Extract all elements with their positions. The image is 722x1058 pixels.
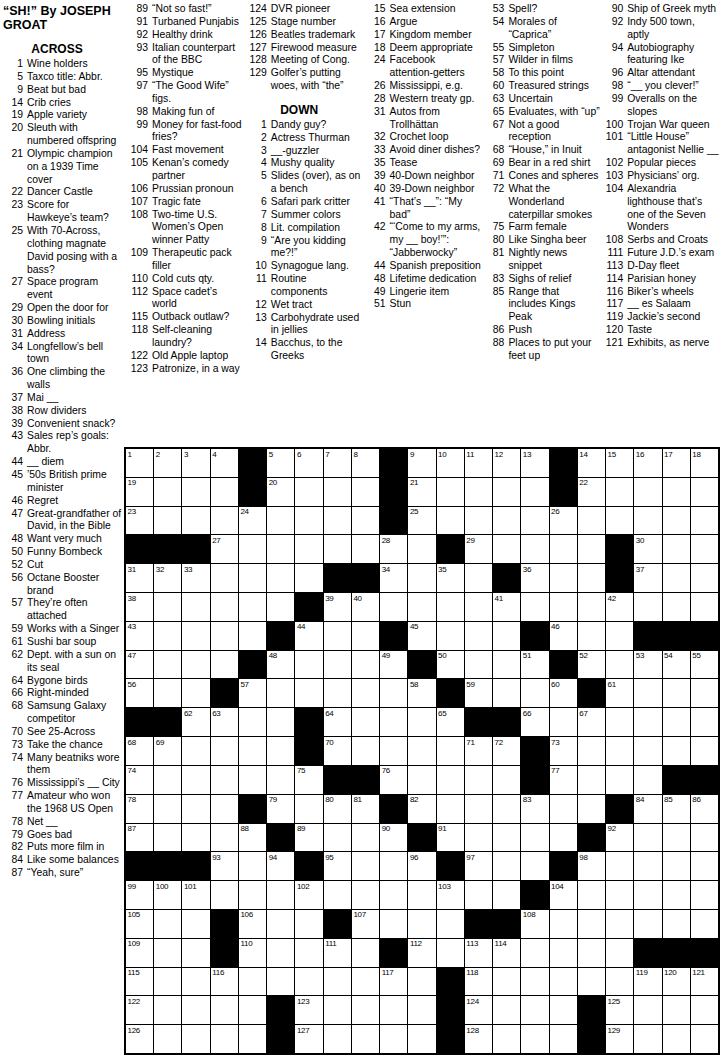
grid-cell-r20c21[interactable] xyxy=(691,996,718,1024)
grid-cell-r8c10[interactable]: 49 xyxy=(380,651,407,679)
grid-cell-r20c18[interactable]: 125 xyxy=(606,996,633,1024)
grid-cell-r7c7[interactable]: 44 xyxy=(295,622,322,650)
grid-cell-r6c8[interactable]: 39 xyxy=(324,593,351,621)
grid-cell-r13c8[interactable]: 80 xyxy=(324,795,351,823)
grid-cell-r21c7[interactable]: 127 xyxy=(295,1025,322,1053)
grid-cell-r19c16[interactable] xyxy=(550,968,577,996)
grid-cell-r16c4[interactable] xyxy=(211,881,238,909)
grid-cell-r16c13[interactable] xyxy=(465,881,492,909)
grid-cell-r16c10[interactable] xyxy=(380,881,407,909)
grid-cell-r16c6[interactable] xyxy=(267,881,294,909)
grid-cell-r2c11[interactable]: 21 xyxy=(408,478,435,506)
grid-cell-r11c9[interactable] xyxy=(352,737,379,765)
grid-cell-r17c16[interactable] xyxy=(550,910,577,938)
grid-cell-r13c4[interactable] xyxy=(211,795,238,823)
grid-cell-r21c5[interactable] xyxy=(239,1025,266,1053)
grid-cell-r8c1[interactable]: 47 xyxy=(126,651,153,679)
grid-cell-r12c2[interactable] xyxy=(154,766,181,794)
grid-cell-r6c17[interactable] xyxy=(578,593,605,621)
grid-cell-r7c5[interactable] xyxy=(239,622,266,650)
grid-cell-r12c4[interactable] xyxy=(211,766,238,794)
grid-cell-r17c17[interactable] xyxy=(578,910,605,938)
grid-cell-r19c20[interactable]: 120 xyxy=(663,968,690,996)
grid-cell-r9c13[interactable]: 59 xyxy=(465,679,492,707)
grid-cell-r1c21[interactable]: 18 xyxy=(691,449,718,477)
grid-cell-r6c1[interactable]: 38 xyxy=(126,593,153,621)
grid-cell-r3c17[interactable] xyxy=(578,507,605,535)
grid-cell-r18c1[interactable]: 109 xyxy=(126,939,153,967)
grid-cell-r13c1[interactable]: 78 xyxy=(126,795,153,823)
grid-cell-r19c2[interactable] xyxy=(154,968,181,996)
grid-cell-r21c3[interactable] xyxy=(182,1025,209,1053)
grid-cell-r20c10[interactable] xyxy=(380,996,407,1024)
grid-cell-r19c15[interactable] xyxy=(521,968,548,996)
grid-cell-r12c12[interactable] xyxy=(437,766,464,794)
grid-cell-r7c18[interactable] xyxy=(606,622,633,650)
grid-cell-r18c3[interactable] xyxy=(182,939,209,967)
grid-cell-r12c18[interactable] xyxy=(606,766,633,794)
grid-cell-r6c5[interactable] xyxy=(239,593,266,621)
grid-cell-r18c8[interactable]: 111 xyxy=(324,939,351,967)
grid-cell-r19c11[interactable] xyxy=(408,968,435,996)
grid-cell-r11c4[interactable] xyxy=(211,737,238,765)
grid-cell-r18c18[interactable] xyxy=(606,939,633,967)
grid-cell-r11c17[interactable] xyxy=(578,737,605,765)
grid-cell-r2c18[interactable] xyxy=(606,478,633,506)
grid-cell-r18c17[interactable] xyxy=(578,939,605,967)
grid-cell-r19c3[interactable] xyxy=(182,968,209,996)
grid-cell-r4c17[interactable] xyxy=(578,535,605,563)
grid-cell-r8c15[interactable]: 51 xyxy=(521,651,548,679)
grid-cell-r10c6[interactable] xyxy=(267,708,294,736)
grid-cell-r21c14[interactable] xyxy=(493,1025,520,1053)
grid-cell-r17c5[interactable]: 106 xyxy=(239,910,266,938)
grid-cell-r10c20[interactable] xyxy=(663,708,690,736)
grid-cell-r19c19[interactable]: 119 xyxy=(634,968,661,996)
grid-cell-r3c9[interactable] xyxy=(352,507,379,535)
grid-cell-r5c19[interactable]: 37 xyxy=(634,564,661,592)
grid-cell-r12c3[interactable] xyxy=(182,766,209,794)
grid-cell-r14c18[interactable]: 92 xyxy=(606,824,633,852)
grid-cell-r13c16[interactable] xyxy=(550,795,577,823)
grid-cell-r6c12[interactable] xyxy=(437,593,464,621)
grid-cell-r20c9[interactable] xyxy=(352,996,379,1024)
grid-cell-r13c3[interactable] xyxy=(182,795,209,823)
grid-cell-r12c5[interactable] xyxy=(239,766,266,794)
grid-cell-r5c6[interactable] xyxy=(267,564,294,592)
grid-cell-r12c19[interactable] xyxy=(634,766,661,794)
grid-cell-r21c16[interactable] xyxy=(550,1025,577,1053)
grid-cell-r9c14[interactable] xyxy=(493,679,520,707)
grid-cell-r10c15[interactable]: 66 xyxy=(521,708,548,736)
grid-cell-r13c21[interactable]: 86 xyxy=(691,795,718,823)
grid-cell-r13c15[interactable]: 83 xyxy=(521,795,548,823)
grid-cell-r17c19[interactable] xyxy=(634,910,661,938)
grid-cell-r10c5[interactable] xyxy=(239,708,266,736)
grid-cell-r5c21[interactable] xyxy=(691,564,718,592)
grid-cell-r1c11[interactable]: 9 xyxy=(408,449,435,477)
grid-cell-r18c14[interactable]: 114 xyxy=(493,939,520,967)
grid-cell-r9c8[interactable] xyxy=(324,679,351,707)
grid-cell-r8c12[interactable]: 50 xyxy=(437,651,464,679)
grid-cell-r20c5[interactable] xyxy=(239,996,266,1024)
grid-cell-r15c11[interactable]: 96 xyxy=(408,852,435,880)
grid-cell-r2c13[interactable] xyxy=(465,478,492,506)
grid-cell-r7c14[interactable] xyxy=(493,622,520,650)
grid-cell-r21c10[interactable] xyxy=(380,1025,407,1053)
grid-cell-r4c14[interactable] xyxy=(493,535,520,563)
grid-cell-r21c4[interactable] xyxy=(211,1025,238,1053)
grid-cell-r9c11[interactable]: 58 xyxy=(408,679,435,707)
grid-cell-r7c12[interactable] xyxy=(437,622,464,650)
grid-cell-r17c1[interactable]: 105 xyxy=(126,910,153,938)
grid-cell-r1c13[interactable]: 11 xyxy=(465,449,492,477)
grid-cell-r7c13[interactable] xyxy=(465,622,492,650)
grid-cell-r16c9[interactable] xyxy=(352,881,379,909)
grid-cell-r12c14[interactable] xyxy=(493,766,520,794)
grid-cell-r7c3[interactable] xyxy=(182,622,209,650)
grid-cell-r21c13[interactable]: 128 xyxy=(465,1025,492,1053)
grid-cell-r15c8[interactable]: 95 xyxy=(324,852,351,880)
grid-cell-r4c4[interactable]: 27 xyxy=(211,535,238,563)
grid-cell-r1c8[interactable]: 7 xyxy=(324,449,351,477)
grid-cell-r6c3[interactable] xyxy=(182,593,209,621)
grid-cell-r2c21[interactable] xyxy=(691,478,718,506)
grid-cell-r3c21[interactable] xyxy=(691,507,718,535)
grid-cell-r2c20[interactable] xyxy=(663,478,690,506)
grid-cell-r20c19[interactable] xyxy=(634,996,661,1024)
grid-cell-r7c9[interactable] xyxy=(352,622,379,650)
grid-cell-r4c10[interactable]: 28 xyxy=(380,535,407,563)
grid-cell-r10c9[interactable] xyxy=(352,708,379,736)
grid-cell-r14c16[interactable] xyxy=(550,824,577,852)
grid-cell-r6c15[interactable] xyxy=(521,593,548,621)
grid-cell-r3c16[interactable]: 26 xyxy=(550,507,577,535)
grid-cell-r14c4[interactable] xyxy=(211,824,238,852)
grid-cell-r11c20[interactable] xyxy=(663,737,690,765)
grid-cell-r13c19[interactable]: 84 xyxy=(634,795,661,823)
grid-cell-r16c1[interactable]: 99 xyxy=(126,881,153,909)
grid-cell-r16c16[interactable]: 104 xyxy=(550,881,577,909)
grid-cell-r18c2[interactable] xyxy=(154,939,181,967)
grid-cell-r17c12[interactable] xyxy=(437,910,464,938)
grid-cell-r1c18[interactable]: 15 xyxy=(606,449,633,477)
grid-cell-r11c12[interactable] xyxy=(437,737,464,765)
grid-cell-r3c2[interactable] xyxy=(154,507,181,535)
grid-cell-r9c20[interactable] xyxy=(663,679,690,707)
grid-cell-r19c21[interactable]: 121 xyxy=(691,968,718,996)
grid-cell-r9c18[interactable]: 61 xyxy=(606,679,633,707)
grid-cell-r1c14[interactable]: 12 xyxy=(493,449,520,477)
grid-cell-r8c20[interactable]: 54 xyxy=(663,651,690,679)
grid-cell-r18c16[interactable] xyxy=(550,939,577,967)
grid-cell-r21c2[interactable] xyxy=(154,1025,181,1053)
grid-cell-r2c1[interactable]: 19 xyxy=(126,478,153,506)
grid-cell-r7c2[interactable] xyxy=(154,622,181,650)
grid-cell-r20c11[interactable] xyxy=(408,996,435,1024)
grid-cell-r12c7[interactable]: 75 xyxy=(295,766,322,794)
grid-cell-r19c9[interactable] xyxy=(352,968,379,996)
grid-cell-r10c8[interactable]: 64 xyxy=(324,708,351,736)
grid-cell-r19c14[interactable] xyxy=(493,968,520,996)
grid-cell-r9c19[interactable] xyxy=(634,679,661,707)
grid-cell-r10c11[interactable] xyxy=(408,708,435,736)
grid-cell-r15c17[interactable]: 98 xyxy=(578,852,605,880)
grid-cell-r14c15[interactable] xyxy=(521,824,548,852)
grid-cell-r2c15[interactable] xyxy=(521,478,548,506)
grid-cell-r9c9[interactable] xyxy=(352,679,379,707)
grid-cell-r4c6[interactable] xyxy=(267,535,294,563)
grid-cell-r3c7[interactable] xyxy=(295,507,322,535)
grid-cell-r13c12[interactable] xyxy=(437,795,464,823)
grid-cell-r14c14[interactable] xyxy=(493,824,520,852)
grid-cell-r9c16[interactable]: 60 xyxy=(550,679,577,707)
grid-cell-r9c2[interactable] xyxy=(154,679,181,707)
grid-cell-r6c21[interactable] xyxy=(691,593,718,621)
grid-cell-r21c11[interactable] xyxy=(408,1025,435,1053)
grid-cell-r5c17[interactable] xyxy=(578,564,605,592)
grid-cell-r18c15[interactable] xyxy=(521,939,548,967)
grid-cell-r15c5[interactable] xyxy=(239,852,266,880)
grid-cell-r4c15[interactable] xyxy=(521,535,548,563)
grid-cell-r5c5[interactable] xyxy=(239,564,266,592)
grid-cell-r8c19[interactable]: 53 xyxy=(634,651,661,679)
grid-cell-r19c4[interactable]: 116 xyxy=(211,968,238,996)
grid-cell-r14c13[interactable] xyxy=(465,824,492,852)
grid-cell-r21c19[interactable] xyxy=(634,1025,661,1053)
grid-cell-r2c17[interactable]: 22 xyxy=(578,478,605,506)
grid-cell-r1c4[interactable]: 4 xyxy=(211,449,238,477)
grid-cell-r13c9[interactable]: 81 xyxy=(352,795,379,823)
grid-cell-r15c19[interactable] xyxy=(634,852,661,880)
grid-cell-r3c3[interactable] xyxy=(182,507,209,535)
grid-cell-r14c5[interactable]: 88 xyxy=(239,824,266,852)
grid-cell-r21c20[interactable] xyxy=(663,1025,690,1053)
grid-cell-r18c11[interactable]: 112 xyxy=(408,939,435,967)
grid-cell-r6c11[interactable] xyxy=(408,593,435,621)
grid-cell-r6c2[interactable] xyxy=(154,593,181,621)
grid-cell-r16c17[interactable] xyxy=(578,881,605,909)
grid-cell-r12c6[interactable] xyxy=(267,766,294,794)
grid-cell-r19c18[interactable] xyxy=(606,968,633,996)
grid-cell-r5c7[interactable] xyxy=(295,564,322,592)
grid-cell-r8c21[interactable]: 55 xyxy=(691,651,718,679)
grid-cell-r6c9[interactable]: 40 xyxy=(352,593,379,621)
grid-cell-r8c2[interactable] xyxy=(154,651,181,679)
grid-cell-r20c1[interactable]: 122 xyxy=(126,996,153,1024)
grid-cell-r19c8[interactable] xyxy=(324,968,351,996)
grid-cell-r10c16[interactable] xyxy=(550,708,577,736)
grid-cell-r6c6[interactable] xyxy=(267,593,294,621)
grid-cell-r10c10[interactable] xyxy=(380,708,407,736)
grid-cell-r16c20[interactable] xyxy=(663,881,690,909)
grid-cell-r11c13[interactable]: 71 xyxy=(465,737,492,765)
grid-cell-r5c16[interactable] xyxy=(550,564,577,592)
grid-cell-r10c19[interactable] xyxy=(634,708,661,736)
grid-cell-r16c21[interactable] xyxy=(691,881,718,909)
grid-cell-r20c13[interactable]: 124 xyxy=(465,996,492,1024)
grid-cell-r2c14[interactable] xyxy=(493,478,520,506)
grid-cell-r15c20[interactable] xyxy=(663,852,690,880)
grid-cell-r11c11[interactable] xyxy=(408,737,435,765)
grid-cell-r20c2[interactable] xyxy=(154,996,181,1024)
grid-cell-r13c14[interactable] xyxy=(493,795,520,823)
grid-cell-r17c9[interactable]: 107 xyxy=(352,910,379,938)
grid-cell-r3c5[interactable]: 24 xyxy=(239,507,266,535)
grid-cell-r4c9[interactable] xyxy=(352,535,379,563)
grid-cell-r3c1[interactable]: 23 xyxy=(126,507,153,535)
grid-cell-r7c8[interactable] xyxy=(324,622,351,650)
grid-cell-r4c16[interactable] xyxy=(550,535,577,563)
grid-cell-r2c12[interactable] xyxy=(437,478,464,506)
grid-cell-r8c6[interactable]: 48 xyxy=(267,651,294,679)
grid-cell-r11c21[interactable] xyxy=(691,737,718,765)
grid-cell-r14c12[interactable]: 91 xyxy=(437,824,464,852)
grid-cell-r20c3[interactable] xyxy=(182,996,209,1024)
grid-cell-r3c11[interactable]: 25 xyxy=(408,507,435,535)
grid-cell-r20c7[interactable]: 123 xyxy=(295,996,322,1024)
grid-cell-r14c21[interactable] xyxy=(691,824,718,852)
grid-cell-r19c17[interactable] xyxy=(578,968,605,996)
grid-cell-r17c15[interactable]: 108 xyxy=(521,910,548,938)
grid-cell-r9c21[interactable] xyxy=(691,679,718,707)
grid-cell-r6c14[interactable]: 41 xyxy=(493,593,520,621)
grid-cell-r13c2[interactable] xyxy=(154,795,181,823)
grid-cell-r12c13[interactable] xyxy=(465,766,492,794)
grid-cell-r14c3[interactable] xyxy=(182,824,209,852)
grid-cell-r14c20[interactable] xyxy=(663,824,690,852)
grid-cell-r19c10[interactable]: 117 xyxy=(380,968,407,996)
grid-cell-r5c2[interactable]: 32 xyxy=(154,564,181,592)
grid-cell-r12c11[interactable] xyxy=(408,766,435,794)
grid-cell-r9c1[interactable]: 56 xyxy=(126,679,153,707)
grid-cell-r1c19[interactable]: 16 xyxy=(634,449,661,477)
grid-cell-r14c10[interactable]: 90 xyxy=(380,824,407,852)
grid-cell-r8c4[interactable] xyxy=(211,651,238,679)
grid-cell-r7c16[interactable]: 46 xyxy=(550,622,577,650)
grid-cell-r6c13[interactable] xyxy=(465,593,492,621)
grid-cell-r15c6[interactable]: 94 xyxy=(267,852,294,880)
grid-cell-r21c8[interactable] xyxy=(324,1025,351,1053)
grid-cell-r4c21[interactable] xyxy=(691,535,718,563)
grid-cell-r21c15[interactable] xyxy=(521,1025,548,1053)
grid-cell-r2c6[interactable]: 20 xyxy=(267,478,294,506)
grid-cell-r1c3[interactable]: 3 xyxy=(182,449,209,477)
grid-cell-r9c7[interactable] xyxy=(295,679,322,707)
grid-cell-r17c3[interactable] xyxy=(182,910,209,938)
grid-cell-r17c2[interactable] xyxy=(154,910,181,938)
grid-cell-r18c6[interactable] xyxy=(267,939,294,967)
grid-cell-r14c19[interactable] xyxy=(634,824,661,852)
grid-cell-r17c6[interactable] xyxy=(267,910,294,938)
grid-cell-r21c21[interactable] xyxy=(691,1025,718,1053)
grid-cell-r3c4[interactable] xyxy=(211,507,238,535)
grid-cell-r7c4[interactable] xyxy=(211,622,238,650)
grid-cell-r19c1[interactable]: 115 xyxy=(126,968,153,996)
grid-cell-r5c11[interactable] xyxy=(408,564,435,592)
grid-cell-r4c11[interactable] xyxy=(408,535,435,563)
grid-cell-r9c3[interactable] xyxy=(182,679,209,707)
grid-cell-r15c18[interactable] xyxy=(606,852,633,880)
grid-cell-r15c14[interactable] xyxy=(493,852,520,880)
grid-cell-r18c5[interactable]: 110 xyxy=(239,939,266,967)
grid-cell-r4c5[interactable] xyxy=(239,535,266,563)
grid-cell-r11c19[interactable] xyxy=(634,737,661,765)
grid-cell-r16c2[interactable]: 100 xyxy=(154,881,181,909)
grid-cell-r12c10[interactable]: 76 xyxy=(380,766,407,794)
grid-cell-r13c11[interactable]: 82 xyxy=(408,795,435,823)
grid-cell-r3c13[interactable] xyxy=(465,507,492,535)
grid-cell-r11c16[interactable]: 73 xyxy=(550,737,577,765)
grid-cell-r18c9[interactable] xyxy=(352,939,379,967)
grid-cell-r15c9[interactable] xyxy=(352,852,379,880)
grid-cell-r19c13[interactable]: 118 xyxy=(465,968,492,996)
grid-cell-r2c19[interactable] xyxy=(634,478,661,506)
grid-cell-r11c5[interactable] xyxy=(239,737,266,765)
grid-cell-r10c18[interactable] xyxy=(606,708,633,736)
grid-cell-r6c4[interactable] xyxy=(211,593,238,621)
grid-cell-r5c20[interactable] xyxy=(663,564,690,592)
grid-cell-r16c14[interactable] xyxy=(493,881,520,909)
grid-cell-r8c18[interactable] xyxy=(606,651,633,679)
grid-cell-r5c3[interactable]: 33 xyxy=(182,564,209,592)
grid-cell-r20c16[interactable] xyxy=(550,996,577,1024)
grid-cell-r15c13[interactable]: 97 xyxy=(465,852,492,880)
grid-cell-r3c12[interactable] xyxy=(437,507,464,535)
grid-cell-r1c7[interactable]: 6 xyxy=(295,449,322,477)
grid-cell-r11c8[interactable]: 70 xyxy=(324,737,351,765)
grid-cell-r16c8[interactable] xyxy=(324,881,351,909)
grid-cell-r5c1[interactable]: 31 xyxy=(126,564,153,592)
grid-cell-r14c1[interactable]: 87 xyxy=(126,824,153,852)
grid-cell-r11c10[interactable] xyxy=(380,737,407,765)
grid-cell-r15c10[interactable] xyxy=(380,852,407,880)
grid-cell-r3c20[interactable] xyxy=(663,507,690,535)
grid-cell-r13c6[interactable]: 79 xyxy=(267,795,294,823)
grid-cell-r1c12[interactable]: 10 xyxy=(437,449,464,477)
grid-cell-r1c9[interactable]: 8 xyxy=(352,449,379,477)
grid-cell-r10c17[interactable]: 67 xyxy=(578,708,605,736)
grid-cell-r18c13[interactable]: 113 xyxy=(465,939,492,967)
grid-cell-r10c21[interactable] xyxy=(691,708,718,736)
grid-cell-r11c3[interactable] xyxy=(182,737,209,765)
grid-cell-r20c14[interactable] xyxy=(493,996,520,1024)
grid-cell-r16c7[interactable]: 102 xyxy=(295,881,322,909)
grid-cell-r4c8[interactable] xyxy=(324,535,351,563)
grid-cell-r1c20[interactable]: 17 xyxy=(663,449,690,477)
grid-cell-r2c3[interactable] xyxy=(182,478,209,506)
grid-cell-r10c4[interactable]: 63 xyxy=(211,708,238,736)
grid-cell-r1c17[interactable]: 14 xyxy=(578,449,605,477)
grid-cell-r8c9[interactable] xyxy=(352,651,379,679)
grid-cell-r4c13[interactable]: 29 xyxy=(465,535,492,563)
grid-cell-r1c15[interactable]: 13 xyxy=(521,449,548,477)
grid-cell-r14c7[interactable]: 89 xyxy=(295,824,322,852)
grid-cell-r20c8[interactable] xyxy=(324,996,351,1024)
grid-cell-r20c4[interactable] xyxy=(211,996,238,1024)
grid-cell-r6c16[interactable] xyxy=(550,593,577,621)
grid-cell-r17c11[interactable] xyxy=(408,910,435,938)
grid-cell-r5c12[interactable]: 35 xyxy=(437,564,464,592)
grid-cell-r11c1[interactable]: 68 xyxy=(126,737,153,765)
grid-cell-r7c11[interactable]: 45 xyxy=(408,622,435,650)
grid-cell-r17c10[interactable] xyxy=(380,910,407,938)
grid-cell-r13c7[interactable] xyxy=(295,795,322,823)
grid-cell-r13c17[interactable] xyxy=(578,795,605,823)
grid-cell-r4c19[interactable]: 30 xyxy=(634,535,661,563)
grid-cell-r8c3[interactable] xyxy=(182,651,209,679)
grid-cell-r6c18[interactable]: 42 xyxy=(606,593,633,621)
